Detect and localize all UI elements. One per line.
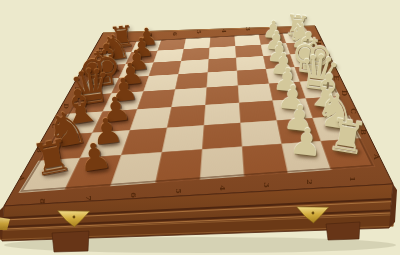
- piece-black-pawn-a7[interactable]: ♟: [76, 138, 114, 179]
- piece-white-rook-a1[interactable]: ♜: [323, 112, 370, 162]
- pieces-layer: ♜♟♟♜♞♟♟♞♝♟♟♝♚♟♟♚♛♟♟♛♝♟♟♝♞♟♟♞♜♟♟♜: [0, 0, 400, 255]
- piece-white-pawn-a2[interactable]: ♟: [287, 123, 324, 163]
- piece-black-rook-a8[interactable]: ♜: [28, 133, 76, 184]
- chess-set-photo: 88AA77BB66CC55DD44EE33FF22GG11HH ♜♟♟♜♞♟♟…: [0, 0, 400, 255]
